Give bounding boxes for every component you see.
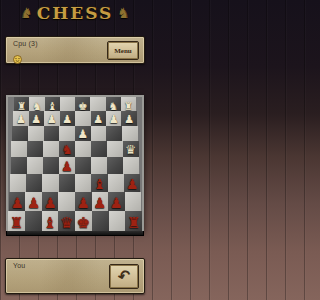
app-title-row: ♞ CHESS ♞ bbox=[0, 3, 150, 23]
square-r5c5[interactable] bbox=[75, 157, 91, 174]
app-title: CHESS bbox=[37, 3, 114, 23]
cream-piece-k[interactable]: ♚ bbox=[78, 101, 87, 112]
square-r3c2[interactable] bbox=[28, 126, 44, 141]
cream-piece-q[interactable]: ♛ bbox=[125, 144, 136, 156]
square-r7c6[interactable]: ♟ bbox=[92, 192, 109, 211]
square-r7c8[interactable] bbox=[125, 192, 142, 211]
square-r5c3[interactable] bbox=[43, 157, 59, 174]
menu-button[interactable]: Menu bbox=[107, 41, 139, 60]
square-r5c4[interactable]: ♟ bbox=[59, 157, 75, 174]
square-r6c3[interactable] bbox=[42, 174, 58, 192]
undo-icon: ↶ bbox=[116, 268, 132, 286]
square-r2c1[interactable]: ♟ bbox=[13, 111, 28, 126]
red-piece-p[interactable]: ♟ bbox=[93, 196, 106, 210]
board-row: ♝♟ bbox=[10, 174, 141, 192]
square-r1c8[interactable]: ♜ bbox=[121, 97, 136, 111]
red-piece-r[interactable]: ♜ bbox=[10, 215, 24, 230]
cream-piece-p[interactable]: ♟ bbox=[109, 114, 119, 125]
cream-piece-p[interactable]: ♟ bbox=[124, 114, 134, 125]
cream-piece-p[interactable]: ♟ bbox=[93, 114, 103, 125]
square-r4c5[interactable] bbox=[75, 141, 91, 157]
red-piece-n[interactable]: ♞ bbox=[61, 144, 72, 156]
chess-board[interactable]: ♜♞♝♚♞♜♟♟♟♟♟♟♟♟♞♛♟♝♟♟♟♟♟♟♟♜♝♛♚♜ bbox=[6, 95, 144, 231]
square-r1c7[interactable]: ♞ bbox=[106, 97, 121, 111]
you-player-bar: You ↶ bbox=[5, 258, 145, 294]
square-r6c7[interactable] bbox=[108, 174, 124, 192]
square-r6c8[interactable]: ♟ bbox=[124, 174, 140, 192]
square-r1c4[interactable] bbox=[60, 97, 75, 111]
square-r3c5[interactable]: ♟ bbox=[75, 126, 91, 141]
red-piece-b[interactable]: ♝ bbox=[43, 215, 57, 230]
square-r6c6[interactable]: ♝ bbox=[91, 174, 107, 192]
square-r1c5[interactable]: ♚ bbox=[75, 97, 90, 111]
cream-piece-p[interactable]: ♟ bbox=[78, 129, 89, 141]
square-r7c7[interactable]: ♟ bbox=[108, 192, 125, 211]
cream-piece-r[interactable]: ♜ bbox=[17, 101, 26, 112]
you-player-label: You bbox=[13, 262, 25, 269]
board-row: ♞♛ bbox=[11, 141, 138, 157]
knight-icon: ♞ bbox=[20, 6, 33, 20]
square-r1c3[interactable]: ♝ bbox=[45, 97, 60, 111]
red-piece-b[interactable]: ♝ bbox=[93, 178, 105, 192]
red-piece-p[interactable]: ♟ bbox=[27, 196, 40, 210]
red-piece-r[interactable]: ♜ bbox=[127, 215, 141, 230]
square-r1c1[interactable]: ♜ bbox=[14, 97, 29, 111]
square-r2c4[interactable]: ♟ bbox=[60, 111, 75, 126]
square-r8c4[interactable]: ♛ bbox=[58, 211, 75, 231]
square-r8c6[interactable] bbox=[92, 211, 109, 231]
red-piece-p[interactable]: ♟ bbox=[61, 160, 73, 173]
square-r6c4[interactable] bbox=[59, 174, 75, 192]
square-r5c7[interactable] bbox=[107, 157, 123, 174]
square-r3c3[interactable] bbox=[44, 126, 60, 141]
knight-icon: ♞ bbox=[117, 6, 130, 20]
square-r2c5[interactable] bbox=[75, 111, 90, 126]
menu-button-label: Menu bbox=[114, 47, 132, 55]
square-r4c3[interactable] bbox=[43, 141, 59, 157]
square-r4c7[interactable] bbox=[107, 141, 123, 157]
square-r4c2[interactable] bbox=[27, 141, 43, 157]
square-r7c2[interactable]: ♟ bbox=[25, 192, 42, 211]
undo-button[interactable]: ↶ bbox=[109, 264, 139, 289]
board-row: ♟ bbox=[11, 157, 140, 174]
cream-piece-p[interactable]: ♟ bbox=[47, 114, 57, 125]
square-r7c3[interactable]: ♟ bbox=[42, 192, 59, 211]
square-r5c8[interactable] bbox=[123, 157, 139, 174]
square-r8c8[interactable]: ♜ bbox=[125, 211, 142, 231]
square-r5c1[interactable] bbox=[11, 157, 27, 174]
square-r2c7[interactable]: ♟ bbox=[106, 111, 121, 126]
square-r6c5[interactable] bbox=[75, 174, 91, 192]
smiley-icon bbox=[13, 50, 22, 68]
cream-piece-p[interactable]: ♟ bbox=[31, 114, 41, 125]
board-row: ♟♟♟♟♟♟ bbox=[9, 192, 141, 211]
square-r5c6[interactable] bbox=[91, 157, 107, 174]
square-r5c2[interactable] bbox=[27, 157, 43, 174]
red-piece-p[interactable]: ♟ bbox=[11, 196, 24, 210]
square-r2c3[interactable]: ♟ bbox=[44, 111, 59, 126]
square-r7c5[interactable]: ♟ bbox=[75, 192, 92, 211]
square-r2c6[interactable]: ♟ bbox=[91, 111, 106, 126]
square-r3c7[interactable] bbox=[106, 126, 122, 141]
square-r2c2[interactable]: ♟ bbox=[29, 111, 44, 126]
red-piece-p[interactable]: ♟ bbox=[77, 196, 90, 210]
chess-app-screen: { "game": { "name": "chess", "app_title"… bbox=[0, 0, 150, 300]
square-r3c8[interactable] bbox=[122, 126, 138, 141]
cpu-player-label: Cpu (3) bbox=[13, 40, 38, 47]
square-r3c4[interactable] bbox=[59, 126, 75, 141]
cream-piece-b[interactable]: ♝ bbox=[47, 101, 56, 112]
cream-piece-p[interactable]: ♟ bbox=[62, 114, 72, 125]
square-r3c1[interactable] bbox=[12, 126, 28, 141]
cream-piece-n[interactable]: ♞ bbox=[32, 101, 41, 112]
cream-piece-p[interactable]: ♟ bbox=[16, 114, 26, 125]
board-row: ♜♞♝♚♞♜ bbox=[14, 97, 136, 111]
square-r7c4[interactable] bbox=[58, 192, 75, 211]
square-r8c2[interactable] bbox=[25, 211, 42, 231]
board-front-edge bbox=[6, 231, 144, 236]
square-r2c8[interactable]: ♟ bbox=[121, 111, 136, 126]
square-r8c3[interactable]: ♝ bbox=[42, 211, 59, 231]
square-r4c8[interactable]: ♛ bbox=[123, 141, 139, 157]
cream-piece-r[interactable]: ♜ bbox=[124, 101, 133, 112]
red-piece-q[interactable]: ♛ bbox=[60, 215, 74, 230]
square-r4c6[interactable] bbox=[91, 141, 107, 157]
square-r1c6[interactable] bbox=[90, 97, 105, 111]
board-row: ♟ bbox=[12, 126, 137, 141]
cream-piece-n[interactable]: ♞ bbox=[108, 101, 117, 112]
red-piece-k[interactable]: ♚ bbox=[77, 215, 91, 230]
red-piece-p[interactable]: ♟ bbox=[110, 196, 123, 210]
square-r3c6[interactable] bbox=[91, 126, 107, 141]
board-row: ♟♟♟♟♟♟♟ bbox=[13, 111, 137, 126]
square-r8c7[interactable] bbox=[109, 211, 126, 231]
square-r8c1[interactable]: ♜ bbox=[8, 211, 25, 231]
board-row: ♜♝♛♚♜ bbox=[8, 211, 142, 231]
cpu-player-bar: Cpu (3) Menu bbox=[5, 36, 145, 64]
red-piece-p[interactable]: ♟ bbox=[126, 178, 138, 192]
square-r6c1[interactable] bbox=[10, 174, 26, 192]
square-r7c1[interactable]: ♟ bbox=[9, 192, 26, 211]
chess-board-wrap: ♜♞♝♚♞♜♟♟♟♟♟♟♟♟♞♛♟♝♟♟♟♟♟♟♟♜♝♛♚♜ bbox=[6, 95, 144, 236]
square-r4c1[interactable] bbox=[11, 141, 27, 157]
square-r1c2[interactable]: ♞ bbox=[29, 97, 44, 111]
square-r8c5[interactable]: ♚ bbox=[75, 211, 92, 231]
square-r6c2[interactable] bbox=[26, 174, 42, 192]
red-piece-p[interactable]: ♟ bbox=[44, 196, 57, 210]
square-r4c4[interactable]: ♞ bbox=[59, 141, 75, 157]
